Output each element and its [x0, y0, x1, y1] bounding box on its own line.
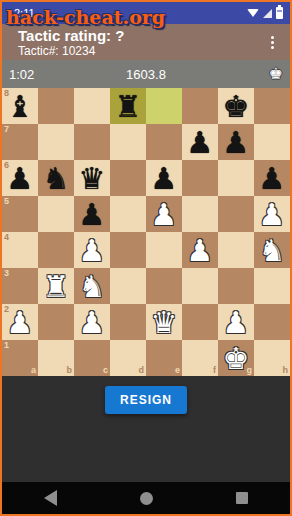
- square-h2[interactable]: [254, 304, 290, 340]
- file-label-g: g: [247, 366, 253, 375]
- square-h8[interactable]: [254, 88, 290, 124]
- square-c8[interactable]: [74, 88, 110, 124]
- rating-value: 1603.8: [2, 67, 290, 82]
- recents-icon: [236, 492, 248, 504]
- square-d8[interactable]: ♜: [110, 88, 146, 124]
- square-b1[interactable]: b: [38, 340, 74, 376]
- square-g3[interactable]: [218, 268, 254, 304]
- square-c5[interactable]: ♟: [74, 196, 110, 232]
- square-a1[interactable]: 1a: [2, 340, 38, 376]
- square-d6[interactable]: [110, 160, 146, 196]
- square-e2[interactable]: ♛: [146, 304, 182, 340]
- square-d4[interactable]: [110, 232, 146, 268]
- rank-label-1: 1: [4, 341, 9, 350]
- square-g7[interactable]: ♟: [218, 124, 254, 160]
- white-rook-b3: ♜: [38, 268, 74, 304]
- home-icon: [140, 492, 153, 505]
- square-f1[interactable]: f: [182, 340, 218, 376]
- black-pawn-g7: ♟: [218, 124, 254, 160]
- square-a8[interactable]: 8♝: [2, 88, 38, 124]
- rank-label-6: 6: [4, 161, 9, 170]
- square-e4[interactable]: [146, 232, 182, 268]
- black-bishop-a8: ♝: [2, 88, 38, 124]
- white-pawn-e5: ♟: [146, 196, 182, 232]
- white-pawn-a2: ♟: [2, 304, 38, 340]
- square-g8[interactable]: ♚: [218, 88, 254, 124]
- square-g4[interactable]: [218, 232, 254, 268]
- square-g2[interactable]: ♟: [218, 304, 254, 340]
- chess-board: 8♝♜♚7♟♟6♟♞♛♟♟5♟♟♟4♟♟♞3♜♞2♟♟♛♟1abcdefg♚h: [2, 88, 290, 376]
- square-h3[interactable]: [254, 268, 290, 304]
- square-f5[interactable]: [182, 196, 218, 232]
- black-pawn-a6: ♟: [2, 160, 38, 196]
- rank-label-3: 3: [4, 269, 9, 278]
- file-label-e: e: [175, 366, 180, 375]
- square-a2[interactable]: 2♟: [2, 304, 38, 340]
- square-h7[interactable]: [254, 124, 290, 160]
- white-queen-e2: ♛: [146, 304, 182, 340]
- square-e8[interactable]: [146, 88, 182, 124]
- square-d7[interactable]: [110, 124, 146, 160]
- white-pawn-h5: ♟: [254, 196, 290, 232]
- watermark: hack-cheat.org: [6, 6, 165, 28]
- file-label-a: a: [31, 366, 36, 375]
- black-pawn-c5: ♟: [74, 196, 110, 232]
- square-e1[interactable]: e: [146, 340, 182, 376]
- wifi-icon: [247, 9, 259, 17]
- white-pawn-c2: ♟: [74, 304, 110, 340]
- square-c6[interactable]: ♛: [74, 160, 110, 196]
- nav-back-button[interactable]: [2, 490, 98, 506]
- file-label-b: b: [67, 366, 73, 375]
- content-area: RESIGN: [2, 376, 290, 482]
- white-knight-c3: ♞: [74, 268, 110, 304]
- app-bar: Tactic rating: ? Tactic#: 10234: [2, 24, 290, 60]
- square-c3[interactable]: ♞: [74, 268, 110, 304]
- square-d3[interactable]: [110, 268, 146, 304]
- resign-button[interactable]: RESIGN: [105, 386, 187, 414]
- white-pawn-c4: ♟: [74, 232, 110, 268]
- battery-icon: [276, 7, 283, 19]
- square-e7[interactable]: [146, 124, 182, 160]
- phone-screen: hack-cheat.org 2:11 Tactic rating: ? Tac…: [0, 0, 292, 516]
- black-pawn-f7: ♟: [182, 124, 218, 160]
- white-pawn-f4: ♟: [182, 232, 218, 268]
- square-f3[interactable]: [182, 268, 218, 304]
- square-h6[interactable]: ♟: [254, 160, 290, 196]
- square-a4[interactable]: 4: [2, 232, 38, 268]
- square-e6[interactable]: ♟: [146, 160, 182, 196]
- square-b5[interactable]: [38, 196, 74, 232]
- rank-label-2: 2: [4, 305, 9, 314]
- rank-label-4: 4: [4, 233, 9, 242]
- file-label-c: c: [103, 366, 108, 375]
- square-a5[interactable]: 5: [2, 196, 38, 232]
- square-b7[interactable]: [38, 124, 74, 160]
- square-c7[interactable]: [74, 124, 110, 160]
- page-title: Tactic rating: ?: [18, 27, 124, 44]
- black-pawn-e6: ♟: [146, 160, 182, 196]
- square-f7[interactable]: ♟: [182, 124, 218, 160]
- square-d2[interactable]: [110, 304, 146, 340]
- nav-recents-button[interactable]: [194, 492, 290, 504]
- square-h1[interactable]: h: [254, 340, 290, 376]
- square-d5[interactable]: [110, 196, 146, 232]
- file-label-d: d: [139, 366, 145, 375]
- android-nav-bar: [2, 482, 290, 514]
- black-pawn-h6: ♟: [254, 160, 290, 196]
- square-f2[interactable]: [182, 304, 218, 340]
- square-b3[interactable]: ♜: [38, 268, 74, 304]
- info-bar: 1:02 1603.8 ♚: [2, 60, 290, 88]
- square-a6[interactable]: 6♟: [2, 160, 38, 196]
- black-king-g8: ♚: [218, 88, 254, 124]
- file-label-f: f: [213, 366, 216, 375]
- square-a7[interactable]: 7: [2, 124, 38, 160]
- square-e5[interactable]: ♟: [146, 196, 182, 232]
- square-h5[interactable]: ♟: [254, 196, 290, 232]
- cellular-signal-icon: [263, 9, 272, 18]
- square-g1[interactable]: g♚: [218, 340, 254, 376]
- square-a3[interactable]: 3: [2, 268, 38, 304]
- overflow-menu-icon[interactable]: [267, 32, 278, 53]
- nav-home-button[interactable]: [98, 492, 194, 505]
- white-pawn-g2: ♟: [218, 304, 254, 340]
- square-b4[interactable]: [38, 232, 74, 268]
- square-b6[interactable]: ♞: [38, 160, 74, 196]
- square-g6[interactable]: [218, 160, 254, 196]
- square-f8[interactable]: [182, 88, 218, 124]
- square-h4[interactable]: ♞: [254, 232, 290, 268]
- square-d1[interactable]: d: [110, 340, 146, 376]
- rank-label-5: 5: [4, 197, 9, 206]
- square-f4[interactable]: ♟: [182, 232, 218, 268]
- back-icon: [44, 490, 57, 506]
- square-c2[interactable]: ♟: [74, 304, 110, 340]
- square-c1[interactable]: c: [74, 340, 110, 376]
- square-g5[interactable]: [218, 196, 254, 232]
- black-rook-d8: ♜: [110, 88, 146, 124]
- white-king-g1: ♚: [218, 340, 254, 376]
- tactic-number: Tactic#: 10234: [18, 45, 124, 58]
- square-e3[interactable]: [146, 268, 182, 304]
- file-label-h: h: [283, 366, 289, 375]
- rank-label-8: 8: [4, 89, 9, 98]
- black-knight-b6: ♞: [38, 160, 74, 196]
- square-b8[interactable]: [38, 88, 74, 124]
- square-c4[interactable]: ♟: [74, 232, 110, 268]
- square-b2[interactable]: [38, 304, 74, 340]
- rank-label-7: 7: [4, 125, 9, 134]
- black-queen-c6: ♛: [74, 160, 110, 196]
- square-f6[interactable]: [182, 160, 218, 196]
- white-knight-h4: ♞: [254, 232, 290, 268]
